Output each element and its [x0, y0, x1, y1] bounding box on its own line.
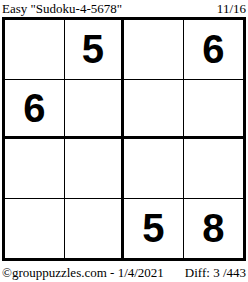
cell-r2c1: 6	[5, 80, 65, 140]
cell-r3c1	[5, 139, 65, 199]
cell-r2c2	[65, 80, 125, 140]
sudoku-board: 5 6 6 5 8	[2, 17, 246, 261]
cell-r1c2: 5	[65, 20, 125, 80]
cell-r3c2	[65, 139, 125, 199]
cell-r3c3	[124, 139, 184, 199]
cell-r1c4: 6	[184, 20, 244, 80]
cell-r1c3	[124, 20, 184, 80]
page-number: 11/16	[217, 1, 246, 17]
puzzle-page: Easy "Sudoku-4-5678" 11/16 5 6 6 5 8 ©gr…	[0, 0, 248, 282]
cell-r2c4	[184, 80, 244, 140]
cell-r4c3: 5	[124, 199, 184, 259]
cell-r4c2	[65, 199, 125, 259]
cell-r4c1	[5, 199, 65, 259]
cell-r3c4	[184, 139, 244, 199]
cell-r1c1	[5, 20, 65, 80]
difficulty-text: Diff: 3 /443	[185, 265, 246, 281]
copyright-text: ©grouppuzzles.com - 1/4/2021	[2, 265, 164, 281]
page-footer: ©grouppuzzles.com - 1/4/2021 Diff: 3 /44…	[0, 265, 248, 281]
page-header: Easy "Sudoku-4-5678" 11/16	[0, 0, 248, 17]
cell-r4c4: 8	[184, 199, 244, 259]
cell-r2c3	[124, 80, 184, 140]
puzzle-title: Easy "Sudoku-4-5678"	[2, 1, 122, 17]
